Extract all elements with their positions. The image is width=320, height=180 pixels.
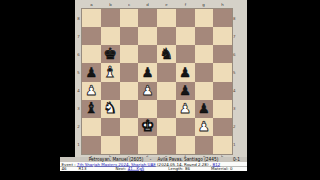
square-h1 <box>213 136 232 154</box>
square-d7 <box>138 27 157 45</box>
next-label: Next: <box>115 167 126 172</box>
rank-label-7: 7 <box>233 34 236 39</box>
square-g6 <box>195 45 214 63</box>
length-value: 86 <box>185 167 190 172</box>
board-panel: abcdefgh 87654321 ♚♞♟♝♟♟♟♟♟♝♞♟♟♚♟ 876543… <box>75 0 247 157</box>
square-b3: ♞ <box>101 100 120 118</box>
square-b2 <box>101 118 120 136</box>
piece-black-pawn: ♟ <box>142 66 154 80</box>
square-e8 <box>157 9 176 27</box>
rank-label-3: 3 <box>233 106 236 111</box>
square-f1 <box>176 136 195 154</box>
rank-label-1: 1 <box>77 143 80 148</box>
engine-line: R13 <box>79 167 87 172</box>
square-c7 <box>120 27 139 45</box>
square-d5: ♟ <box>138 63 157 81</box>
piece-white-pawn: ♟ <box>198 120 210 134</box>
file-label-a: a <box>90 2 92 7</box>
square-b6: ♚ <box>101 45 120 63</box>
next-move-link[interactable]: 41...Kg5 <box>128 167 145 172</box>
material-label: Material: <box>211 167 229 172</box>
square-d2: ♚ <box>138 118 157 136</box>
square-e5 <box>157 63 176 81</box>
square-h2 <box>213 118 232 136</box>
rank-label-6: 6 <box>77 52 80 57</box>
rank-label-2: 2 <box>77 125 80 130</box>
piece-white-king: ♚ <box>141 119 155 135</box>
rank-label-7: 7 <box>77 34 80 39</box>
file-labels-top: abcdefgh <box>82 0 232 9</box>
piece-black-pawn: ♟ <box>85 66 97 80</box>
caption-area: Petrosyan, Manuel (2605) - Avila Pavas, … <box>60 157 247 171</box>
square-b1 <box>101 136 120 154</box>
square-g5 <box>195 63 214 81</box>
file-label-b: b <box>109 2 112 7</box>
square-c1 <box>120 136 139 154</box>
piece-white-pawn: ♟ <box>85 84 97 98</box>
rank-label-8: 8 <box>77 16 80 21</box>
square-e7 <box>157 27 176 45</box>
square-c4 <box>120 82 139 100</box>
square-d4: ♟ <box>138 82 157 100</box>
rank-label-3: 3 <box>77 106 80 111</box>
players-separator: - <box>150 157 152 162</box>
square-f2 <box>176 118 195 136</box>
rank-label-5: 5 <box>233 70 236 75</box>
square-g7 <box>195 27 214 45</box>
square-f7 <box>176 27 195 45</box>
file-label-h: h <box>221 2 224 7</box>
square-e6: ♞ <box>157 45 176 63</box>
square-c8 <box>120 9 139 27</box>
square-h8 <box>213 9 232 27</box>
square-d1 <box>138 136 157 154</box>
square-e4 <box>157 82 176 100</box>
square-c6 <box>120 45 139 63</box>
square-f8 <box>176 9 195 27</box>
square-h4 <box>213 82 232 100</box>
rank-label-4: 4 <box>77 88 80 93</box>
file-label-g: g <box>203 2 206 7</box>
status-line: 46 R13 Next: 41...Kg5 Length: 86 Materia… <box>60 167 247 172</box>
square-h7 <box>213 27 232 45</box>
white-player: Petrosyan, Manuel (2605) <box>89 157 144 162</box>
length-label: Length: <box>168 167 183 172</box>
piece-black-king: ♚ <box>103 47 117 63</box>
square-a5: ♟ <box>82 63 101 81</box>
square-g3: ♟ <box>195 100 214 118</box>
piece-white-knight: ♞ <box>103 101 117 117</box>
square-g1 <box>195 136 214 154</box>
square-h3 <box>213 100 232 118</box>
square-f5: ♟ <box>176 63 195 81</box>
square-d3 <box>138 100 157 118</box>
square-a6 <box>82 45 101 63</box>
square-f3: ♟ <box>176 100 195 118</box>
video-frame: { "game": "chess", "position": { "fen": … <box>0 0 320 180</box>
square-f6 <box>176 45 195 63</box>
square-d8 <box>138 9 157 27</box>
square-f4: ♟ <box>176 82 195 100</box>
square-a3: ♝ <box>82 100 101 118</box>
file-label-e: e <box>165 2 167 7</box>
piece-black-knight: ♞ <box>159 47 173 63</box>
file-label-d: d <box>146 2 149 7</box>
square-c2 <box>120 118 139 136</box>
square-a8 <box>82 9 101 27</box>
board: ♚♞♟♝♟♟♟♟♟♝♞♟♟♚♟ <box>82 9 232 154</box>
square-b5: ♝ <box>101 63 120 81</box>
piece-black-bishop: ♝ <box>84 101 98 117</box>
piece-white-pawn: ♟ <box>179 102 191 116</box>
rank-label-6: 6 <box>233 52 236 57</box>
square-b4 <box>101 82 120 100</box>
players-line: Petrosyan, Manuel (2605) - Avila Pavas, … <box>60 157 247 162</box>
square-g8 <box>195 9 214 27</box>
file-label-c: c <box>128 2 130 7</box>
square-c5 <box>120 63 139 81</box>
square-a7 <box>82 27 101 45</box>
square-g2: ♟ <box>195 118 214 136</box>
move-number: 46 <box>62 167 67 172</box>
piece-white-pawn: ♟ <box>142 84 154 98</box>
square-a4: ♟ <box>82 82 101 100</box>
rank-labels-right: 87654321 <box>232 9 248 154</box>
rank-label-5: 5 <box>77 70 80 75</box>
square-d6 <box>138 45 157 63</box>
file-label-f: f <box>184 2 185 7</box>
square-e1 <box>157 136 176 154</box>
square-g4 <box>195 82 214 100</box>
rank-label-1: 1 <box>233 143 236 148</box>
rank-label-8: 8 <box>233 16 236 21</box>
square-h5 <box>213 63 232 81</box>
square-b8 <box>101 9 120 27</box>
piece-black-pawn: ♟ <box>179 84 191 98</box>
square-a2 <box>82 118 101 136</box>
game-result: 0-1 <box>233 157 240 162</box>
material-value: 0 <box>230 167 233 172</box>
piece-black-pawn: ♟ <box>179 66 191 80</box>
square-c3 <box>120 100 139 118</box>
rank-label-2: 2 <box>233 125 236 130</box>
square-e2 <box>157 118 176 136</box>
piece-black-pawn: ♟ <box>198 102 210 116</box>
square-b7 <box>101 27 120 45</box>
black-player: Avila Pavas, Santiago (2445) <box>158 157 219 162</box>
square-e3 <box>157 100 176 118</box>
rank-label-4: 4 <box>233 88 236 93</box>
square-a1 <box>82 136 101 154</box>
rank-labels-left: 87654321 <box>75 9 82 154</box>
piece-white-bishop: ♝ <box>103 65 117 81</box>
square-h6 <box>213 45 232 63</box>
